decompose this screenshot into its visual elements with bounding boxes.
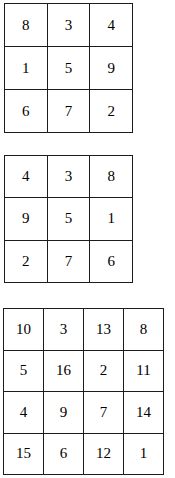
cell-r3c3: 6 — [90, 241, 132, 282]
cell-r4c2: 6 — [44, 434, 83, 475]
cell-r1c1: 4 — [5, 156, 47, 197]
cell-r1c3: 8 — [90, 156, 132, 197]
cell-r3c3: 2 — [90, 90, 132, 132]
cell-r2c3: 2 — [84, 351, 123, 392]
cell-r4c1: 15 — [4, 434, 43, 475]
cell-r3c2: 7 — [48, 90, 90, 132]
cell-r3c2: 9 — [44, 392, 83, 433]
cell-r2c1: 9 — [5, 198, 47, 239]
cell-r1c3: 13 — [84, 309, 123, 350]
cell-r4c4: 1 — [124, 434, 163, 475]
cell-r4c3: 12 — [84, 434, 123, 475]
magic-square-3x3-top: 834159672 — [4, 3, 133, 133]
cell-r1c4: 8 — [124, 309, 163, 350]
cell-r1c1: 8 — [5, 4, 47, 46]
cell-r2c3: 9 — [90, 47, 132, 89]
cell-r3c3: 7 — [84, 392, 123, 433]
cell-r1c2: 3 — [44, 309, 83, 350]
cell-r3c1: 4 — [4, 392, 43, 433]
cell-r3c4: 14 — [124, 392, 163, 433]
cell-r3c2: 7 — [48, 241, 90, 282]
magic-square-3x3-middle: 438951276 — [4, 155, 133, 283]
cell-r2c2: 5 — [48, 47, 90, 89]
cell-r3c1: 6 — [5, 90, 47, 132]
cell-r1c3: 4 — [90, 4, 132, 46]
cell-r2c1: 5 — [4, 351, 43, 392]
cell-r2c2: 16 — [44, 351, 83, 392]
cell-r2c1: 1 — [5, 47, 47, 89]
magic-square-4x4-bottom: 10313851621149714156121 — [3, 308, 164, 475]
cell-r2c2: 5 — [48, 198, 90, 239]
cell-r2c3: 1 — [90, 198, 132, 239]
cell-r3c1: 2 — [5, 241, 47, 282]
cell-r2c4: 11 — [124, 351, 163, 392]
cell-r1c2: 3 — [48, 4, 90, 46]
cell-r1c1: 10 — [4, 309, 43, 350]
cell-r1c2: 3 — [48, 156, 90, 197]
